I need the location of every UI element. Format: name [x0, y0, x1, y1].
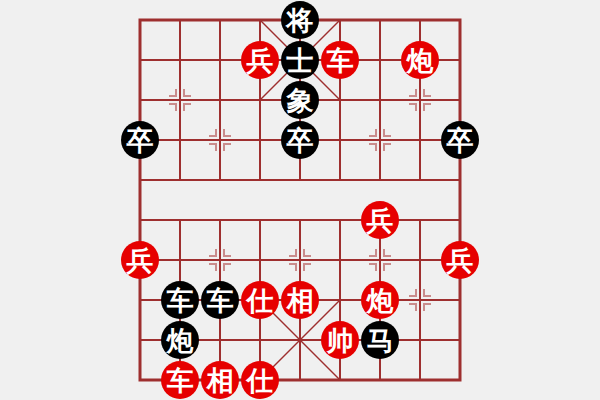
piece-black-soldier[interactable]: 卒 [441, 121, 479, 159]
piece-black-cannon[interactable]: 炮 [161, 321, 199, 359]
piece-red-advisor[interactable]: 仕 [241, 281, 279, 319]
piece-red-elephant[interactable]: 相 [201, 361, 239, 399]
piece-black-soldier[interactable]: 卒 [121, 121, 159, 159]
piece-red-soldier[interactable]: 兵 [361, 201, 399, 239]
piece-red-chariot[interactable]: 车 [161, 361, 199, 399]
piece-black-horse[interactable]: 马 [361, 321, 399, 359]
piece-red-soldier[interactable]: 兵 [121, 241, 159, 279]
piece-red-soldier[interactable]: 兵 [241, 41, 279, 79]
piece-red-soldier[interactable]: 兵 [441, 241, 479, 279]
piece-black-chariot[interactable]: 车 [201, 281, 239, 319]
piece-black-chariot[interactable]: 车 [161, 281, 199, 319]
piece-black-general[interactable]: 将 [281, 1, 319, 39]
piece-black-soldier[interactable]: 卒 [281, 121, 319, 159]
piece-red-chariot[interactable]: 车 [321, 41, 359, 79]
piece-red-cannon[interactable]: 炮 [401, 41, 439, 79]
piece-black-advisor[interactable]: 士 [281, 41, 319, 79]
piece-black-elephant[interactable]: 象 [281, 81, 319, 119]
piece-red-advisor[interactable]: 仕 [241, 361, 279, 399]
board-intersections: 将兵士车炮象卒卒卒兵兵兵车车仕相炮炮帅马车相仕 [120, 0, 480, 400]
piece-red-general[interactable]: 帅 [321, 321, 359, 359]
piece-red-cannon[interactable]: 炮 [361, 281, 399, 319]
xiangqi-board-screenshot: 将兵士车炮象卒卒卒兵兵兵车车仕相炮炮帅马车相仕 [0, 0, 600, 400]
piece-red-elephant[interactable]: 相 [281, 281, 319, 319]
